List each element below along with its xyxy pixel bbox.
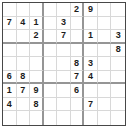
cell-r3c5[interactable]: 7 <box>57 30 71 44</box>
cell-r7c1[interactable]: 1 <box>3 84 17 98</box>
cell-r3c9[interactable]: 3 <box>111 30 125 44</box>
cell-r2c7[interactable] <box>84 17 98 31</box>
cell-r8c5[interactable] <box>57 98 71 112</box>
sudoku-board: 297413271388368741796487 <box>2 2 126 126</box>
cell-r5c7[interactable]: 3 <box>84 57 98 71</box>
cell-r1c2[interactable] <box>17 3 31 17</box>
cell-r2c3[interactable]: 1 <box>30 17 44 31</box>
cell-r1c6[interactable]: 2 <box>71 3 85 17</box>
cell-r5c2[interactable] <box>17 57 31 71</box>
cell-r8c1[interactable]: 4 <box>3 98 17 112</box>
cell-r8c9[interactable] <box>111 98 125 112</box>
cell-r8c8[interactable] <box>98 98 112 112</box>
cell-r9c1[interactable] <box>3 111 17 125</box>
cell-r6c1[interactable]: 6 <box>3 71 17 85</box>
cell-r1c5[interactable] <box>57 3 71 17</box>
cell-r6c9[interactable] <box>111 71 125 85</box>
cell-r9c8[interactable] <box>98 111 112 125</box>
cell-r3c1[interactable] <box>3 30 17 44</box>
cell-r2c9[interactable] <box>111 17 125 31</box>
cell-r8c3[interactable]: 8 <box>30 98 44 112</box>
cell-r6c3[interactable] <box>30 71 44 85</box>
cell-r9c5[interactable] <box>57 111 71 125</box>
cell-r4c1[interactable] <box>3 44 17 58</box>
cell-r6c6[interactable]: 7 <box>71 71 85 85</box>
cell-r1c1[interactable] <box>3 3 17 17</box>
cell-r9c7[interactable] <box>84 111 98 125</box>
cell-r5c5[interactable] <box>57 57 71 71</box>
cell-r1c9[interactable] <box>111 3 125 17</box>
cell-r2c1[interactable]: 7 <box>3 17 17 31</box>
cell-r4c5[interactable] <box>57 44 71 58</box>
cell-r5c1[interactable] <box>3 57 17 71</box>
cell-r7c8[interactable] <box>98 84 112 98</box>
cell-r8c7[interactable]: 7 <box>84 98 98 112</box>
cell-r7c2[interactable]: 7 <box>17 84 31 98</box>
cell-r7c7[interactable] <box>84 84 98 98</box>
cell-r7c5[interactable] <box>57 84 71 98</box>
cell-r3c4[interactable] <box>44 30 58 44</box>
cell-r7c3[interactable]: 9 <box>30 84 44 98</box>
cell-r8c4[interactable] <box>44 98 58 112</box>
cell-r6c8[interactable] <box>98 71 112 85</box>
cell-r4c9[interactable]: 8 <box>111 44 125 58</box>
cell-r6c7[interactable]: 4 <box>84 71 98 85</box>
cell-r3c8[interactable] <box>98 30 112 44</box>
cell-r4c8[interactable] <box>98 44 112 58</box>
cell-r7c6[interactable]: 6 <box>71 84 85 98</box>
cell-r8c6[interactable] <box>71 98 85 112</box>
cell-r5c4[interactable] <box>44 57 58 71</box>
cell-r7c9[interactable] <box>111 84 125 98</box>
cell-r5c3[interactable] <box>30 57 44 71</box>
cell-r3c6[interactable] <box>71 30 85 44</box>
cell-r1c8[interactable] <box>98 3 112 17</box>
cell-r6c4[interactable] <box>44 71 58 85</box>
cell-r9c2[interactable] <box>17 111 31 125</box>
cell-r4c7[interactable] <box>84 44 98 58</box>
cell-r9c6[interactable] <box>71 111 85 125</box>
cell-r1c3[interactable] <box>30 3 44 17</box>
cell-r5c6[interactable]: 8 <box>71 57 85 71</box>
cell-r1c7[interactable]: 9 <box>84 3 98 17</box>
cell-r2c5[interactable]: 3 <box>57 17 71 31</box>
cell-r7c4[interactable] <box>44 84 58 98</box>
cell-r1c4[interactable] <box>44 3 58 17</box>
cell-r4c6[interactable] <box>71 44 85 58</box>
cell-r9c4[interactable] <box>44 111 58 125</box>
cell-r3c7[interactable]: 1 <box>84 30 98 44</box>
cell-r3c3[interactable]: 2 <box>30 30 44 44</box>
cell-r2c2[interactable]: 4 <box>17 17 31 31</box>
cell-r5c9[interactable] <box>111 57 125 71</box>
cell-r6c5[interactable] <box>57 71 71 85</box>
cell-r4c2[interactable] <box>17 44 31 58</box>
cell-r4c4[interactable] <box>44 44 58 58</box>
cell-r2c8[interactable] <box>98 17 112 31</box>
cell-r9c9[interactable] <box>111 111 125 125</box>
cell-r8c2[interactable] <box>17 98 31 112</box>
cell-r9c3[interactable] <box>30 111 44 125</box>
cell-r2c6[interactable] <box>71 17 85 31</box>
cell-r2c4[interactable] <box>44 17 58 31</box>
cell-r4c3[interactable] <box>30 44 44 58</box>
cell-r6c2[interactable]: 8 <box>17 71 31 85</box>
cell-r5c8[interactable] <box>98 57 112 71</box>
cell-r3c2[interactable] <box>17 30 31 44</box>
